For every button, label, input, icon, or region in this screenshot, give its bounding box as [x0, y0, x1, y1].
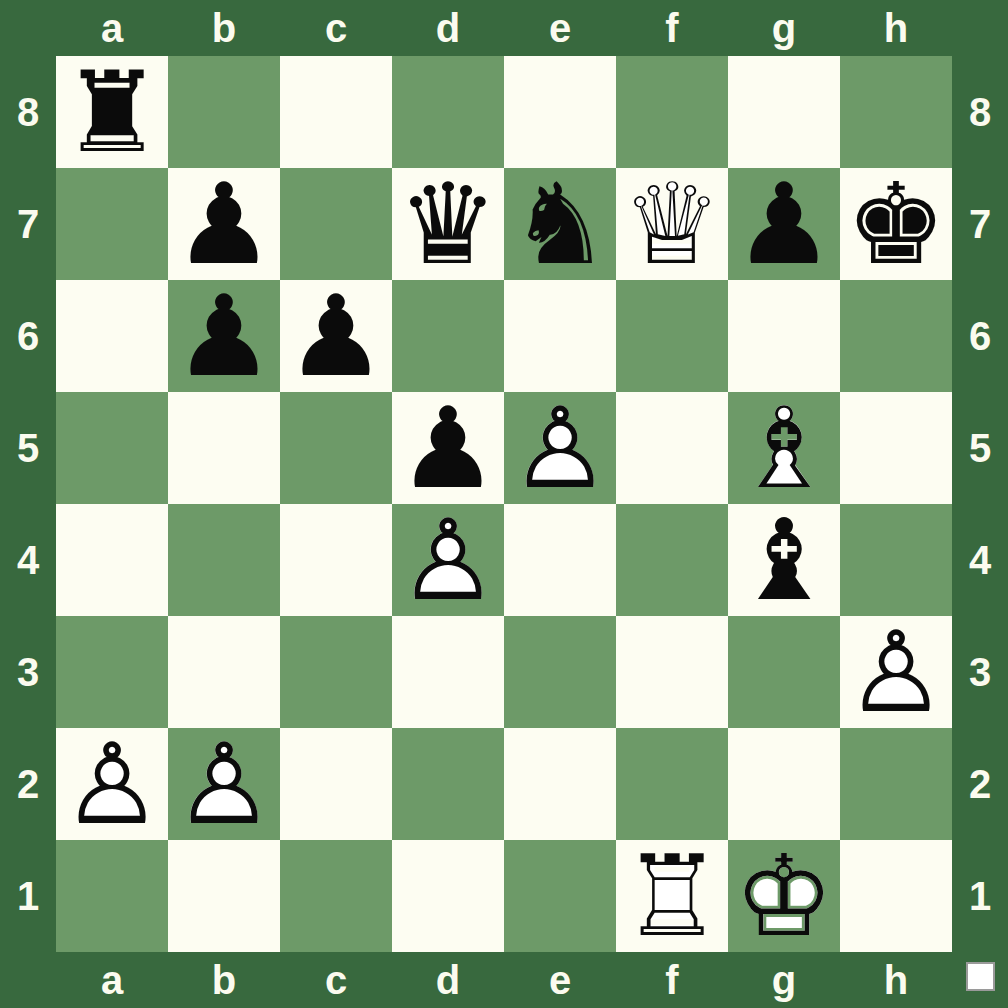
square-c1[interactable] — [280, 840, 392, 952]
rank-label-3: 3 — [952, 616, 1008, 728]
file-label-b: b — [168, 0, 280, 56]
rank-label-5: 5 — [952, 392, 1008, 504]
rank-label-3: 3 — [0, 616, 56, 728]
chess-board: ♜♟♛♞♛♕♟♚♟♟♟♟♙♝♗♟♙♝♟♙♟♙♟♙♜♖♚♔ — [56, 56, 952, 952]
rank-label-1: 1 — [0, 840, 56, 952]
square-d4[interactable]: ♟♙ — [392, 504, 504, 616]
square-e6[interactable] — [504, 280, 616, 392]
square-g3[interactable] — [728, 616, 840, 728]
file-label-e: e — [504, 952, 616, 1008]
square-h6[interactable] — [840, 280, 952, 392]
black-bishop-g4[interactable]: ♝ — [728, 504, 840, 616]
square-c5[interactable] — [280, 392, 392, 504]
file-label-g: g — [728, 0, 840, 56]
square-a1[interactable] — [56, 840, 168, 952]
square-d8[interactable] — [392, 56, 504, 168]
square-h1[interactable] — [840, 840, 952, 952]
file-labels-top: abcdefgh — [56, 0, 952, 56]
square-d7[interactable]: ♛ — [392, 168, 504, 280]
white-king-icon: ♔ — [728, 840, 840, 952]
white-king-g1[interactable]: ♚♔ — [728, 840, 840, 952]
square-b5[interactable] — [168, 392, 280, 504]
file-label-h: h — [840, 952, 952, 1008]
square-b1[interactable] — [168, 840, 280, 952]
black-rook-a8[interactable]: ♜ — [56, 56, 168, 168]
square-c4[interactable] — [280, 504, 392, 616]
black-king-icon: ♚ — [840, 168, 952, 280]
square-a2[interactable]: ♟♙ — [56, 728, 168, 840]
square-c2[interactable] — [280, 728, 392, 840]
square-b8[interactable] — [168, 56, 280, 168]
file-label-c: c — [280, 952, 392, 1008]
white-pawn-d4[interactable]: ♟♙ — [392, 504, 504, 616]
black-knight-e7[interactable]: ♞ — [504, 168, 616, 280]
rank-label-2: 2 — [952, 728, 1008, 840]
square-g2[interactable] — [728, 728, 840, 840]
black-king-h7[interactable]: ♚ — [840, 168, 952, 280]
square-a4[interactable] — [56, 504, 168, 616]
file-label-b: b — [168, 952, 280, 1008]
square-h8[interactable] — [840, 56, 952, 168]
rank-label-7: 7 — [0, 168, 56, 280]
file-label-h: h — [840, 0, 952, 56]
square-g7[interactable]: ♟ — [728, 168, 840, 280]
square-d6[interactable] — [392, 280, 504, 392]
square-c7[interactable] — [280, 168, 392, 280]
square-f7[interactable]: ♛♕ — [616, 168, 728, 280]
square-a6[interactable] — [56, 280, 168, 392]
square-f6[interactable] — [616, 280, 728, 392]
black-pawn-icon: ♟ — [392, 392, 504, 504]
file-label-e: e — [504, 0, 616, 56]
square-b3[interactable] — [168, 616, 280, 728]
rank-label-8: 8 — [952, 56, 1008, 168]
black-pawn-icon: ♟ — [168, 280, 280, 392]
white-pawn-b2[interactable]: ♟♙ — [168, 728, 280, 840]
black-knight-icon: ♞ — [504, 168, 616, 280]
rank-label-4: 4 — [952, 504, 1008, 616]
square-h2[interactable] — [840, 728, 952, 840]
white-bishop-g5[interactable]: ♝♗ — [728, 392, 840, 504]
square-f4[interactable] — [616, 504, 728, 616]
rank-label-5: 5 — [0, 392, 56, 504]
file-label-d: d — [392, 0, 504, 56]
square-c6[interactable]: ♟ — [280, 280, 392, 392]
square-e8[interactable] — [504, 56, 616, 168]
square-e3[interactable] — [504, 616, 616, 728]
square-c3[interactable] — [280, 616, 392, 728]
file-label-d: d — [392, 952, 504, 1008]
square-c8[interactable] — [280, 56, 392, 168]
white-rook-icon: ♖ — [616, 840, 728, 952]
square-g8[interactable] — [728, 56, 840, 168]
white-pawn-h3[interactable]: ♟♙ — [840, 616, 952, 728]
black-pawn-d5[interactable]: ♟ — [392, 392, 504, 504]
rank-label-6: 6 — [0, 280, 56, 392]
black-pawn-icon: ♟ — [728, 168, 840, 280]
square-d3[interactable] — [392, 616, 504, 728]
black-pawn-icon: ♟ — [280, 280, 392, 392]
square-h7[interactable]: ♚ — [840, 168, 952, 280]
square-h3[interactable]: ♟♙ — [840, 616, 952, 728]
square-d1[interactable] — [392, 840, 504, 952]
rank-label-6: 6 — [952, 280, 1008, 392]
black-queen-icon: ♛ — [392, 168, 504, 280]
white-to-move-indicator — [966, 962, 995, 991]
square-b4[interactable] — [168, 504, 280, 616]
rank-label-1: 1 — [952, 840, 1008, 952]
rank-label-4: 4 — [0, 504, 56, 616]
square-g1[interactable]: ♚♔ — [728, 840, 840, 952]
white-queen-icon: ♕ — [616, 168, 728, 280]
black-pawn-c6[interactable]: ♟ — [280, 280, 392, 392]
square-f1[interactable]: ♜♖ — [616, 840, 728, 952]
white-pawn-icon: ♙ — [56, 728, 168, 840]
square-f2[interactable] — [616, 728, 728, 840]
square-e5[interactable]: ♟♙ — [504, 392, 616, 504]
square-g5[interactable]: ♝♗ — [728, 392, 840, 504]
square-f5[interactable] — [616, 392, 728, 504]
rank-label-7: 7 — [952, 168, 1008, 280]
chess-board-frame: abcdefgh abcdefgh 87654321 87654321 ♜♟♛♞… — [0, 0, 1008, 1008]
rank-label-8: 8 — [0, 56, 56, 168]
square-a3[interactable] — [56, 616, 168, 728]
white-pawn-icon: ♙ — [840, 616, 952, 728]
square-h4[interactable] — [840, 504, 952, 616]
white-pawn-icon: ♙ — [392, 504, 504, 616]
square-g4[interactable]: ♝ — [728, 504, 840, 616]
black-pawn-b6[interactable]: ♟ — [168, 280, 280, 392]
square-f8[interactable] — [616, 56, 728, 168]
black-pawn-b7[interactable]: ♟ — [168, 168, 280, 280]
square-e1[interactable] — [504, 840, 616, 952]
square-b7[interactable]: ♟ — [168, 168, 280, 280]
rank-label-2: 2 — [0, 728, 56, 840]
file-label-f: f — [616, 0, 728, 56]
square-e2[interactable] — [504, 728, 616, 840]
square-d5[interactable]: ♟ — [392, 392, 504, 504]
file-label-c: c — [280, 0, 392, 56]
rank-labels-left: 87654321 — [0, 56, 56, 952]
square-h5[interactable] — [840, 392, 952, 504]
white-queen-f7[interactable]: ♛♕ — [616, 168, 728, 280]
black-bishop-icon: ♝ — [728, 504, 840, 616]
square-a7[interactable] — [56, 168, 168, 280]
white-bishop-icon: ♗ — [728, 392, 840, 504]
black-pawn-icon: ♟ — [168, 168, 280, 280]
black-pawn-g7[interactable]: ♟ — [728, 168, 840, 280]
square-a5[interactable] — [56, 392, 168, 504]
white-pawn-icon: ♙ — [168, 728, 280, 840]
square-d2[interactable] — [392, 728, 504, 840]
square-g6[interactable] — [728, 280, 840, 392]
white-rook-f1[interactable]: ♜♖ — [616, 840, 728, 952]
square-e7[interactable]: ♞ — [504, 168, 616, 280]
square-b6[interactable]: ♟ — [168, 280, 280, 392]
square-b2[interactable]: ♟♙ — [168, 728, 280, 840]
file-label-a: a — [56, 952, 168, 1008]
square-a8[interactable]: ♜ — [56, 56, 168, 168]
white-pawn-a2[interactable]: ♟♙ — [56, 728, 168, 840]
black-queen-d7[interactable]: ♛ — [392, 168, 504, 280]
square-f3[interactable] — [616, 616, 728, 728]
white-pawn-icon: ♙ — [504, 392, 616, 504]
black-rook-icon: ♜ — [56, 56, 168, 168]
square-e4[interactable] — [504, 504, 616, 616]
rank-labels-right: 87654321 — [952, 56, 1008, 952]
white-pawn-e5[interactable]: ♟♙ — [504, 392, 616, 504]
